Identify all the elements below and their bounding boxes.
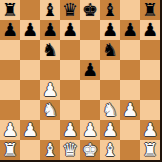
piece-black-pawn[interactable]: ♟ xyxy=(62,20,78,40)
square-a3[interactable] xyxy=(0,100,20,120)
piece-white-pawn[interactable]: ♟ xyxy=(42,80,58,100)
square-a1[interactable]: ♜ xyxy=(0,140,20,160)
piece-white-rook[interactable]: ♜ xyxy=(2,140,18,160)
piece-white-queen[interactable]: ♛ xyxy=(62,140,78,160)
square-e8[interactable]: ♚ xyxy=(80,0,100,20)
piece-white-knight[interactable]: ♞ xyxy=(102,100,118,120)
piece-black-pawn[interactable]: ♟ xyxy=(22,20,38,40)
square-h7[interactable]: ♟ xyxy=(140,20,160,40)
square-h3[interactable] xyxy=(140,100,160,120)
piece-white-pawn[interactable]: ♟ xyxy=(82,120,98,140)
square-d6[interactable] xyxy=(60,40,80,60)
square-c4[interactable]: ♟ xyxy=(40,80,60,100)
piece-black-bishop[interactable]: ♝ xyxy=(102,0,118,20)
piece-black-knight[interactable]: ♞ xyxy=(42,40,58,60)
square-b7[interactable]: ♟ xyxy=(20,20,40,40)
square-e5[interactable]: ♟ xyxy=(80,60,100,80)
square-c8[interactable]: ♝ xyxy=(40,0,60,20)
piece-white-pawn[interactable]: ♟ xyxy=(62,120,78,140)
square-d1[interactable]: ♛ xyxy=(60,140,80,160)
square-a6[interactable] xyxy=(0,40,20,60)
square-d8[interactable]: ♛ xyxy=(60,0,80,20)
square-c6[interactable]: ♞ xyxy=(40,40,60,60)
piece-black-knight[interactable]: ♞ xyxy=(102,40,118,60)
square-a4[interactable] xyxy=(0,80,20,100)
square-b6[interactable] xyxy=(20,40,40,60)
square-a5[interactable] xyxy=(0,60,20,80)
square-h4[interactable] xyxy=(140,80,160,100)
square-b1[interactable] xyxy=(20,140,40,160)
square-e1[interactable]: ♚ xyxy=(80,140,100,160)
square-b2[interactable]: ♟ xyxy=(20,120,40,140)
square-e7[interactable] xyxy=(80,20,100,40)
piece-white-knight[interactable]: ♞ xyxy=(42,100,58,120)
square-f6[interactable]: ♞ xyxy=(100,40,120,60)
square-g1[interactable] xyxy=(120,140,140,160)
square-h5[interactable] xyxy=(140,60,160,80)
square-d5[interactable] xyxy=(60,60,80,80)
square-f5[interactable] xyxy=(100,60,120,80)
piece-white-rook[interactable]: ♜ xyxy=(142,140,158,160)
square-d3[interactable] xyxy=(60,100,80,120)
piece-black-rook[interactable]: ♜ xyxy=(142,0,158,20)
piece-white-pawn[interactable]: ♟ xyxy=(122,100,138,120)
square-f1[interactable]: ♝ xyxy=(100,140,120,160)
piece-black-rook[interactable]: ♜ xyxy=(2,0,18,20)
square-b5[interactable] xyxy=(20,60,40,80)
piece-white-king[interactable]: ♚ xyxy=(82,140,98,160)
square-h6[interactable] xyxy=(140,40,160,60)
square-e2[interactable]: ♟ xyxy=(80,120,100,140)
square-h1[interactable]: ♜ xyxy=(140,140,160,160)
square-d7[interactable]: ♟ xyxy=(60,20,80,40)
piece-black-pawn[interactable]: ♟ xyxy=(42,20,58,40)
square-d4[interactable] xyxy=(60,80,80,100)
square-c7[interactable]: ♟ xyxy=(40,20,60,40)
square-g7[interactable]: ♟ xyxy=(120,20,140,40)
square-g6[interactable] xyxy=(120,40,140,60)
square-f3[interactable]: ♞ xyxy=(100,100,120,120)
square-c5[interactable] xyxy=(40,60,60,80)
square-h8[interactable]: ♜ xyxy=(140,0,160,20)
piece-white-pawn[interactable]: ♟ xyxy=(102,120,118,140)
square-g4[interactable] xyxy=(120,80,140,100)
square-f4[interactable] xyxy=(100,80,120,100)
piece-black-queen[interactable]: ♛ xyxy=(62,0,78,20)
square-b3[interactable] xyxy=(20,100,40,120)
piece-white-pawn[interactable]: ♟ xyxy=(2,120,18,140)
piece-black-bishop[interactable]: ♝ xyxy=(42,0,58,20)
square-d2[interactable]: ♟ xyxy=(60,120,80,140)
piece-black-pawn[interactable]: ♟ xyxy=(82,60,98,80)
piece-white-pawn[interactable]: ♟ xyxy=(142,120,158,140)
piece-black-pawn[interactable]: ♟ xyxy=(102,20,118,40)
piece-white-pawn[interactable]: ♟ xyxy=(22,120,38,140)
piece-black-king[interactable]: ♚ xyxy=(82,0,98,20)
square-a8[interactable]: ♜ xyxy=(0,0,20,20)
square-c3[interactable]: ♞ xyxy=(40,100,60,120)
chess-board: ♜♝♛♚♝♜♟♟♟♟♟♟♟♞♞♟♟♞♞♟♟♟♟♟♟♟♜♝♛♚♝♜ xyxy=(0,0,162,162)
square-g8[interactable] xyxy=(120,0,140,20)
square-f7[interactable]: ♟ xyxy=(100,20,120,40)
square-a7[interactable]: ♟ xyxy=(0,20,20,40)
square-c1[interactable]: ♝ xyxy=(40,140,60,160)
square-g2[interactable] xyxy=(120,120,140,140)
square-f2[interactable]: ♟ xyxy=(100,120,120,140)
piece-white-bishop[interactable]: ♝ xyxy=(102,140,118,160)
piece-black-pawn[interactable]: ♟ xyxy=(122,20,138,40)
piece-white-bishop[interactable]: ♝ xyxy=(42,140,58,160)
square-e4[interactable] xyxy=(80,80,100,100)
piece-black-pawn[interactable]: ♟ xyxy=(2,20,18,40)
square-a2[interactable]: ♟ xyxy=(0,120,20,140)
square-b4[interactable] xyxy=(20,80,40,100)
square-g5[interactable] xyxy=(120,60,140,80)
piece-black-pawn[interactable]: ♟ xyxy=(142,20,158,40)
square-c2[interactable] xyxy=(40,120,60,140)
square-g3[interactable]: ♟ xyxy=(120,100,140,120)
square-f8[interactable]: ♝ xyxy=(100,0,120,20)
square-h2[interactable]: ♟ xyxy=(140,120,160,140)
square-e6[interactable] xyxy=(80,40,100,60)
square-e3[interactable] xyxy=(80,100,100,120)
square-b8[interactable] xyxy=(20,0,40,20)
